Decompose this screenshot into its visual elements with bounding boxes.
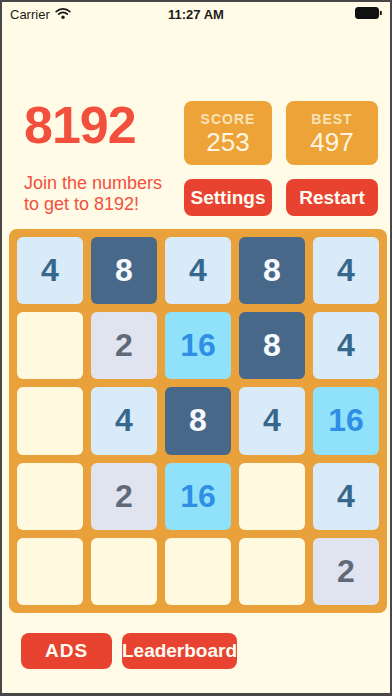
- tile-8-r2c4: 8: [239, 312, 305, 379]
- score-box: SCORE 253: [184, 101, 272, 165]
- score-value: 253: [206, 127, 249, 158]
- empty-cell-r5c3: [165, 538, 231, 605]
- best-label: BEST: [311, 111, 352, 127]
- game-board[interactable]: 48484216844841621642: [9, 229, 387, 613]
- app-screen: Carrier 11:27 AM 8192 Join the numbers t…: [0, 0, 392, 696]
- empty-cell-r5c4: [239, 538, 305, 605]
- tile-8-r1c4: 8: [239, 237, 305, 304]
- game-title: 8192: [24, 99, 136, 151]
- subtitle-line-2: to get to 8192!: [24, 194, 139, 214]
- tile-16-r4c3: 16: [165, 463, 231, 530]
- tile-4-r3c2: 4: [91, 387, 157, 454]
- tile-16-r3c5: 16: [313, 387, 379, 454]
- restart-button[interactable]: Restart: [286, 179, 378, 216]
- game-subtitle: Join the numbers to get to 8192!: [24, 173, 162, 215]
- tile-4-r1c5: 4: [313, 237, 379, 304]
- empty-cell-r5c1: [17, 538, 83, 605]
- empty-cell-r4c4: [239, 463, 305, 530]
- tile-2-r5c5: 2: [313, 538, 379, 605]
- ads-button[interactable]: ADS: [21, 633, 112, 669]
- tile-2-r2c2: 2: [91, 312, 157, 379]
- best-box: BEST 497: [286, 101, 378, 165]
- tile-4-r2c5: 4: [313, 312, 379, 379]
- tile-4-r1c3: 4: [165, 237, 231, 304]
- tile-4-r1c1: 4: [17, 237, 83, 304]
- best-value: 497: [310, 127, 353, 158]
- tile-4-r3c4: 4: [239, 387, 305, 454]
- tile-8-r3c3: 8: [165, 387, 231, 454]
- tile-16-r2c3: 16: [165, 312, 231, 379]
- empty-cell-r4c1: [17, 463, 83, 530]
- empty-cell-r3c1: [17, 387, 83, 454]
- leaderboard-button[interactable]: Leaderboard: [122, 633, 237, 669]
- tile-2-r4c2: 2: [91, 463, 157, 530]
- tile-8-r1c2: 8: [91, 237, 157, 304]
- clock: 11:27 AM: [2, 7, 390, 22]
- empty-cell-r2c1: [17, 312, 83, 379]
- tile-4-r4c5: 4: [313, 463, 379, 530]
- status-bar: Carrier 11:27 AM: [2, 2, 390, 26]
- settings-button[interactable]: Settings: [184, 179, 272, 216]
- score-label: SCORE: [201, 111, 256, 127]
- empty-cell-r5c2: [91, 538, 157, 605]
- subtitle-line-1: Join the numbers: [24, 173, 162, 193]
